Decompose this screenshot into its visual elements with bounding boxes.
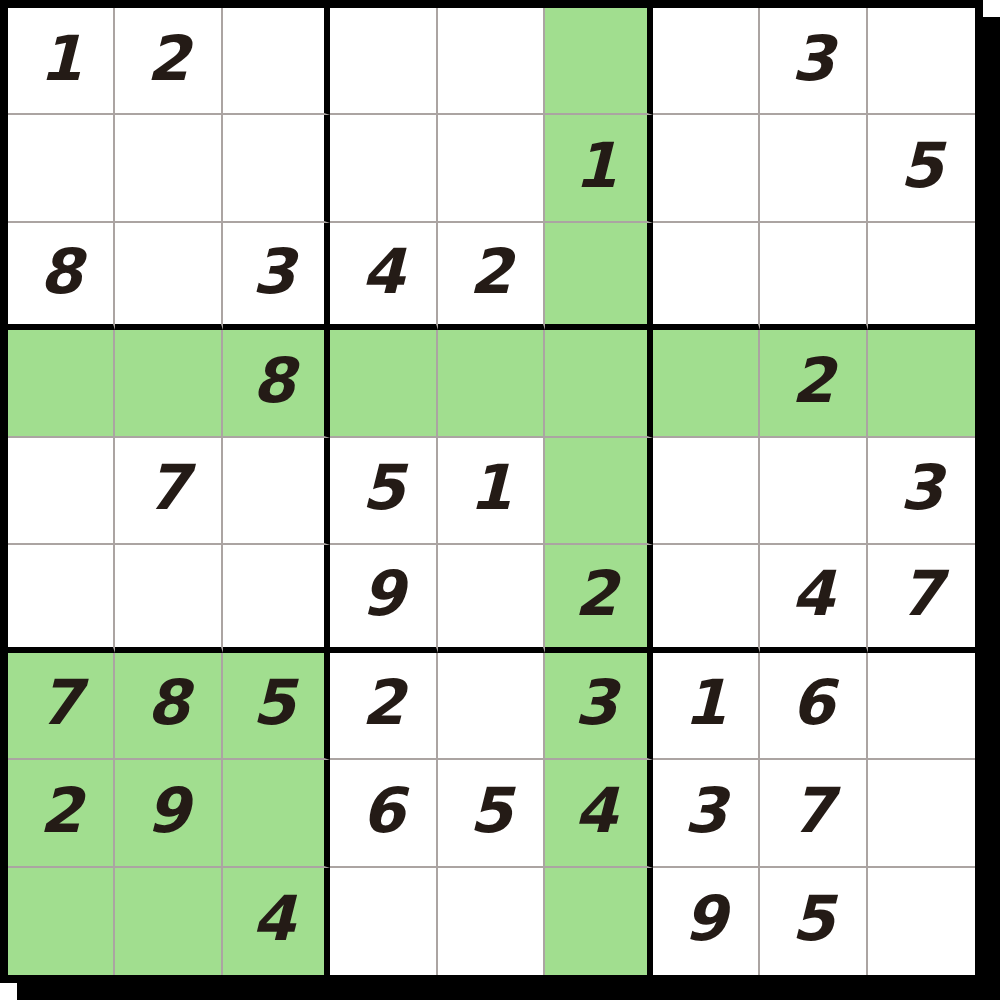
cell-r5c3[interactable] — [223, 438, 330, 545]
cell-r5c1[interactable] — [8, 438, 115, 545]
cell-r2c4[interactable] — [330, 115, 437, 222]
cell-r6c4[interactable]: 9 — [330, 545, 437, 652]
given-digit: 5 — [791, 888, 834, 950]
cell-r1c2[interactable]: 2 — [115, 8, 222, 115]
given-digit: 3 — [252, 241, 295, 303]
cell-r8c9[interactable] — [868, 760, 975, 867]
cell-r5c8[interactable] — [760, 438, 867, 545]
given-digit: 2 — [361, 672, 404, 734]
given-digit: 9 — [361, 563, 404, 625]
cell-r7c8[interactable]: 6 — [760, 653, 867, 760]
cell-r6c6[interactable]: 2 — [545, 545, 652, 652]
cell-r3c2[interactable] — [115, 223, 222, 330]
given-digit: 6 — [791, 672, 834, 734]
cell-r1c4[interactable] — [330, 8, 437, 115]
sudoku-page: 123158342827513924778523162965437495 — [0, 0, 1000, 1000]
given-digit: 3 — [684, 780, 727, 842]
cell-r7c3[interactable]: 5 — [223, 653, 330, 760]
cell-r4c6[interactable] — [545, 330, 652, 437]
given-digit: 8 — [39, 241, 82, 303]
cell-r4c1[interactable] — [8, 330, 115, 437]
given-digit: 2 — [791, 350, 834, 412]
cell-r9c6[interactable] — [545, 868, 652, 975]
cell-r1c9[interactable] — [868, 8, 975, 115]
cell-r1c7[interactable] — [653, 8, 760, 115]
cell-r3c5[interactable]: 2 — [438, 223, 545, 330]
cell-r8c1[interactable]: 2 — [8, 760, 115, 867]
cell-r3c7[interactable] — [653, 223, 760, 330]
cell-r6c7[interactable] — [653, 545, 760, 652]
cell-r1c3[interactable] — [223, 8, 330, 115]
cell-r9c4[interactable] — [330, 868, 437, 975]
given-digit: 5 — [252, 672, 295, 734]
cell-r8c6[interactable]: 4 — [545, 760, 652, 867]
given-digit: 3 — [900, 457, 943, 519]
cell-r5c9[interactable]: 3 — [868, 438, 975, 545]
cell-r7c7[interactable]: 1 — [653, 653, 760, 760]
cell-r3c6[interactable] — [545, 223, 652, 330]
cell-r4c5[interactable] — [438, 330, 545, 437]
cell-r4c3[interactable]: 8 — [223, 330, 330, 437]
cell-r3c3[interactable]: 3 — [223, 223, 330, 330]
cell-r6c9[interactable]: 7 — [868, 545, 975, 652]
cell-r2c7[interactable] — [653, 115, 760, 222]
cell-r9c1[interactable] — [8, 868, 115, 975]
cell-r7c2[interactable]: 8 — [115, 653, 222, 760]
given-digit: 7 — [791, 780, 834, 842]
cell-r9c9[interactable] — [868, 868, 975, 975]
given-digit: 5 — [900, 135, 943, 197]
cell-r5c6[interactable] — [545, 438, 652, 545]
cell-r7c5[interactable] — [438, 653, 545, 760]
cell-r5c7[interactable] — [653, 438, 760, 545]
cell-r4c4[interactable] — [330, 330, 437, 437]
given-digit: 1 — [574, 135, 617, 197]
cell-r9c8[interactable]: 5 — [760, 868, 867, 975]
given-digit: 8 — [147, 672, 190, 734]
given-digit: 2 — [469, 241, 512, 303]
cell-r2c5[interactable] — [438, 115, 545, 222]
given-digit: 2 — [574, 563, 617, 625]
cell-r8c4[interactable]: 6 — [330, 760, 437, 867]
given-digit: 4 — [791, 563, 834, 625]
cell-r5c5[interactable]: 1 — [438, 438, 545, 545]
given-digit: 5 — [361, 457, 404, 519]
given-digit: 4 — [252, 888, 295, 950]
cell-r8c8[interactable]: 7 — [760, 760, 867, 867]
given-digit: 7 — [147, 457, 190, 519]
given-digit: 1 — [469, 457, 512, 519]
cell-r8c5[interactable]: 5 — [438, 760, 545, 867]
cell-r3c4[interactable]: 4 — [330, 223, 437, 330]
cell-r4c7[interactable] — [653, 330, 760, 437]
cell-r3c8[interactable] — [760, 223, 867, 330]
cell-r8c2[interactable]: 9 — [115, 760, 222, 867]
cell-r1c6[interactable] — [545, 8, 652, 115]
cell-r1c8[interactable]: 3 — [760, 8, 867, 115]
given-digit: 9 — [147, 780, 190, 842]
given-digit: 1 — [684, 672, 727, 734]
cell-r4c9[interactable] — [868, 330, 975, 437]
given-digit: 3 — [791, 28, 834, 90]
given-digit: 7 — [39, 672, 82, 734]
cell-r6c5[interactable] — [438, 545, 545, 652]
cell-r6c8[interactable]: 4 — [760, 545, 867, 652]
cell-r7c6[interactable]: 3 — [545, 653, 652, 760]
sudoku-board: 123158342827513924778523162965437495 — [0, 0, 983, 983]
cell-r3c9[interactable] — [868, 223, 975, 330]
given-digit: 1 — [39, 28, 82, 90]
given-digit: 2 — [39, 780, 82, 842]
given-digit: 4 — [574, 780, 617, 842]
cell-r8c3[interactable] — [223, 760, 330, 867]
cell-r1c5[interactable] — [438, 8, 545, 115]
cell-r5c4[interactable]: 5 — [330, 438, 437, 545]
given-digit: 8 — [252, 350, 295, 412]
cell-r2c6[interactable]: 1 — [545, 115, 652, 222]
cell-r5c2[interactable]: 7 — [115, 438, 222, 545]
cell-r9c5[interactable] — [438, 868, 545, 975]
cell-r1c1[interactable]: 1 — [8, 8, 115, 115]
given-digit: 4 — [361, 241, 404, 303]
given-digit: 9 — [684, 888, 727, 950]
given-digit: 2 — [147, 28, 190, 90]
given-digit: 6 — [361, 780, 404, 842]
cell-r3c1[interactable]: 8 — [8, 223, 115, 330]
cell-r7c9[interactable] — [868, 653, 975, 760]
cell-r4c8[interactable]: 2 — [760, 330, 867, 437]
given-digit: 3 — [574, 672, 617, 734]
cell-r6c1[interactable] — [8, 545, 115, 652]
cell-r9c7[interactable]: 9 — [653, 868, 760, 975]
given-digit: 5 — [469, 780, 512, 842]
cell-r9c3[interactable]: 4 — [223, 868, 330, 975]
cell-r6c3[interactable] — [223, 545, 330, 652]
cell-r6c2[interactable] — [115, 545, 222, 652]
cell-r2c3[interactable] — [223, 115, 330, 222]
cell-r4c2[interactable] — [115, 330, 222, 437]
given-digit: 7 — [900, 563, 943, 625]
cell-r9c2[interactable] — [115, 868, 222, 975]
cell-r2c8[interactable] — [760, 115, 867, 222]
cell-r2c1[interactable] — [8, 115, 115, 222]
cell-r7c1[interactable]: 7 — [8, 653, 115, 760]
cell-r8c7[interactable]: 3 — [653, 760, 760, 867]
cell-r7c4[interactable]: 2 — [330, 653, 437, 760]
cell-r2c2[interactable] — [115, 115, 222, 222]
cell-r2c9[interactable]: 5 — [868, 115, 975, 222]
